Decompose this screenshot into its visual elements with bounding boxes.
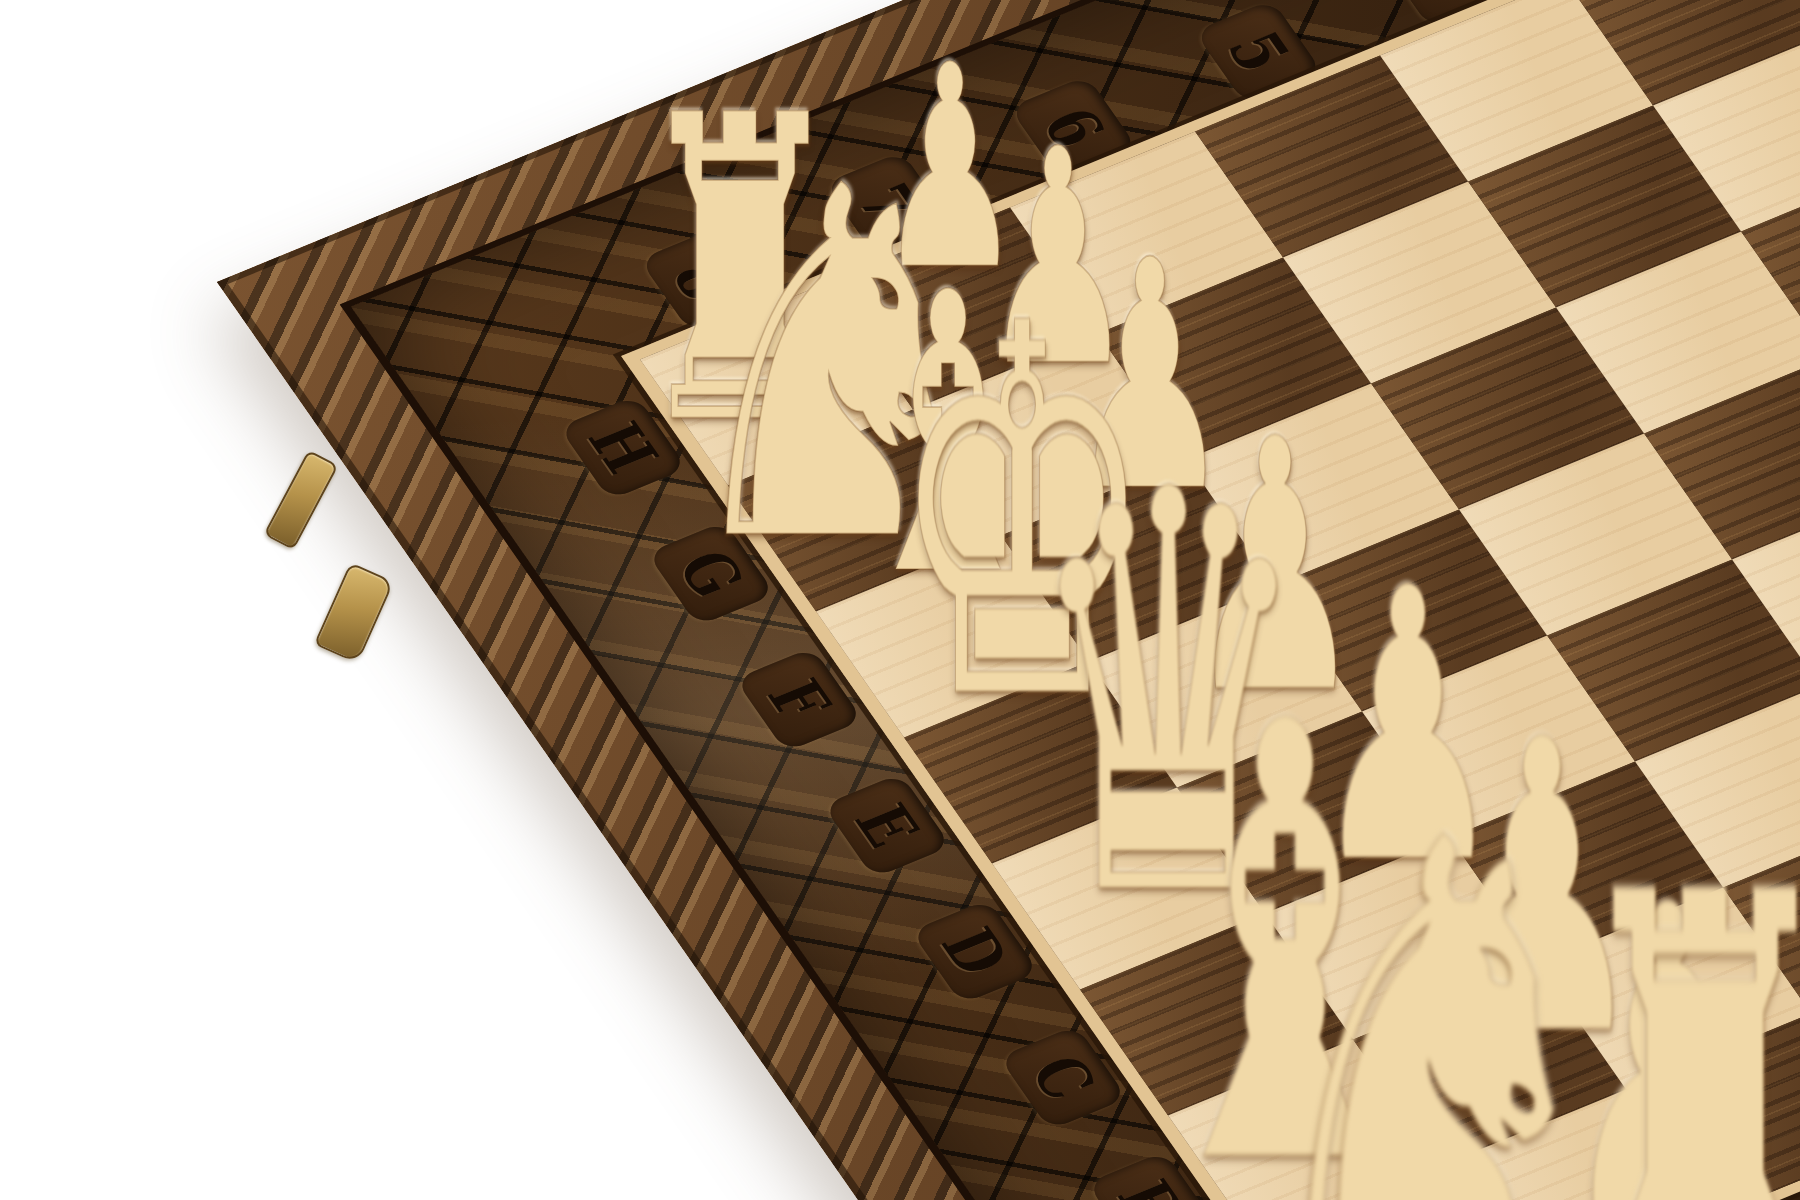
rank-label-5-text: 5 [1217,24,1301,80]
file-label-d-text: D [931,920,1020,983]
brass-clasp-lower [314,562,394,664]
rank-label-4-text: 4 [1402,0,1486,4]
photo-stage: HGFEDCBA87654321 ♟♟♜♟♞♝♚♟♟♛♟♝♟♞♜ [0,0,1800,1200]
file-label-f-text: F [757,671,841,727]
piece-a8-rook: ♜ [1559,822,1800,1200]
brass-clasp-upper [263,450,338,551]
file-label-c-text: C [1020,1048,1107,1108]
